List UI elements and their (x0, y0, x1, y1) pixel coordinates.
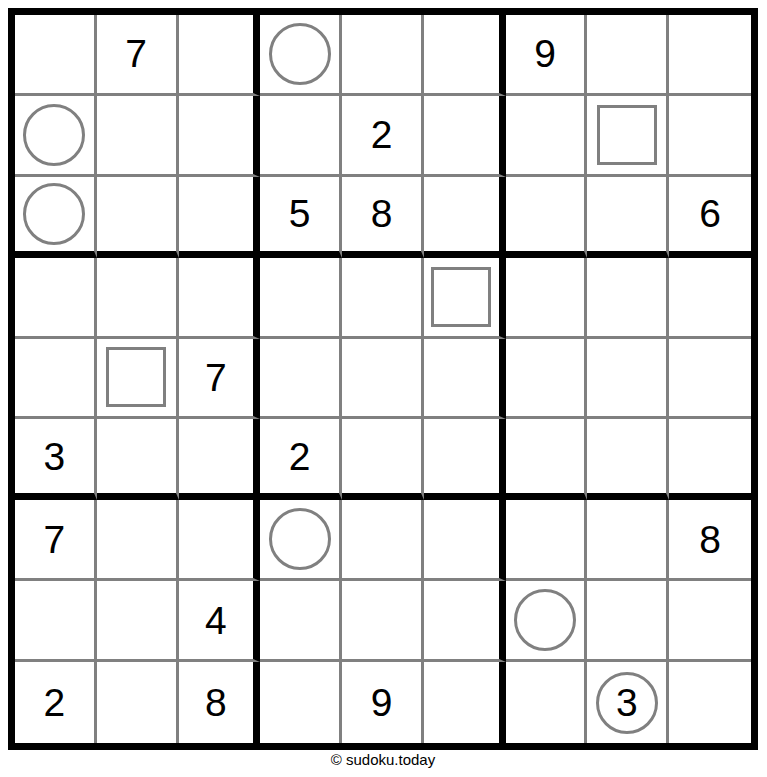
cell-r6c6[interactable] (424, 419, 506, 500)
circle-marker (514, 589, 576, 651)
copyright: © sudoku.today (8, 751, 758, 768)
cell-r4c4[interactable] (260, 258, 342, 339)
cell-r5c4[interactable] (260, 339, 342, 420)
cell-r8c3[interactable]: 4 (179, 581, 261, 662)
cell-r4c6[interactable] (424, 258, 506, 339)
cell-r2c1[interactable] (15, 96, 97, 177)
given-digit: 3 (616, 683, 638, 722)
sudoku-board: 7925867327842893 (8, 8, 758, 750)
given-digit: 7 (125, 34, 147, 73)
cell-r7c5[interactable] (342, 500, 424, 581)
circle-marker (269, 508, 331, 570)
cell-r5c3[interactable]: 7 (179, 339, 261, 420)
cell-r8c4[interactable] (260, 581, 342, 662)
cell-r7c6[interactable] (424, 500, 506, 581)
cell-r9c9[interactable] (669, 662, 751, 743)
cell-r5c1[interactable] (15, 339, 97, 420)
cell-r4c3[interactable] (179, 258, 261, 339)
circle-marker (269, 23, 331, 85)
cell-r4c8[interactable] (587, 258, 669, 339)
given-digit: 3 (44, 437, 66, 476)
cell-r5c6[interactable] (424, 339, 506, 420)
cell-r6c1[interactable]: 3 (15, 419, 97, 500)
cell-r3c2[interactable] (97, 177, 179, 258)
cell-r1c6[interactable] (424, 15, 506, 96)
cell-r2c2[interactable] (97, 96, 179, 177)
given-digit: 7 (205, 358, 227, 397)
cell-r5c7[interactable] (506, 339, 588, 420)
cell-r2c5[interactable]: 2 (342, 96, 424, 177)
cell-r8c9[interactable] (669, 581, 751, 662)
cell-r1c7[interactable]: 9 (506, 15, 588, 96)
cell-r9c4[interactable] (260, 662, 342, 743)
cell-r6c5[interactable] (342, 419, 424, 500)
cell-r1c2[interactable]: 7 (97, 15, 179, 96)
cell-r9c2[interactable] (97, 662, 179, 743)
cell-r4c9[interactable] (669, 258, 751, 339)
cell-r9c8[interactable]: 3 (587, 662, 669, 743)
cell-r3c5[interactable]: 8 (342, 177, 424, 258)
given-digit: 7 (44, 520, 66, 559)
cell-r8c7[interactable] (506, 581, 588, 662)
cell-r7c7[interactable] (506, 500, 588, 581)
cell-r6c8[interactable] (587, 419, 669, 500)
cell-r9c7[interactable] (506, 662, 588, 743)
cell-r1c5[interactable] (342, 15, 424, 96)
square-marker (431, 267, 491, 327)
cell-r4c1[interactable] (15, 258, 97, 339)
cell-r4c2[interactable] (97, 258, 179, 339)
cell-r7c1[interactable]: 7 (15, 500, 97, 581)
cell-r8c8[interactable] (587, 581, 669, 662)
cell-r3c9[interactable]: 6 (669, 177, 751, 258)
cell-r9c3[interactable]: 8 (179, 662, 261, 743)
cell-r9c1[interactable]: 2 (15, 662, 97, 743)
cell-r4c7[interactable] (506, 258, 588, 339)
cell-r6c3[interactable] (179, 419, 261, 500)
cell-r1c4[interactable] (260, 15, 342, 96)
cell-r8c1[interactable] (15, 581, 97, 662)
cell-r8c5[interactable] (342, 581, 424, 662)
cell-r6c4[interactable]: 2 (260, 419, 342, 500)
cell-r2c8[interactable] (587, 96, 669, 177)
cell-r5c9[interactable] (669, 339, 751, 420)
cell-r7c8[interactable] (587, 500, 669, 581)
given-digit: 2 (371, 115, 393, 154)
cell-r8c6[interactable] (424, 581, 506, 662)
given-digit: 4 (205, 601, 227, 640)
cell-r1c9[interactable] (669, 15, 751, 96)
cell-r7c4[interactable] (260, 500, 342, 581)
square-marker (597, 105, 657, 165)
cell-r3c8[interactable] (587, 177, 669, 258)
cell-r1c1[interactable] (15, 15, 97, 96)
cell-r3c3[interactable] (179, 177, 261, 258)
circle-marker (23, 183, 85, 245)
given-digit: 2 (289, 437, 311, 476)
given-digit: 8 (699, 520, 721, 559)
cell-r3c4[interactable]: 5 (260, 177, 342, 258)
cell-r2c3[interactable] (179, 96, 261, 177)
cell-r7c9[interactable]: 8 (669, 500, 751, 581)
page: 7925867327842893 © sudoku.today (0, 0, 767, 777)
cell-r6c9[interactable] (669, 419, 751, 500)
cell-r8c2[interactable] (97, 581, 179, 662)
cell-r7c3[interactable] (179, 500, 261, 581)
cell-r4c5[interactable] (342, 258, 424, 339)
cell-r2c9[interactable] (669, 96, 751, 177)
cell-r5c8[interactable] (587, 339, 669, 420)
given-digit: 8 (371, 194, 393, 233)
circle-marker (23, 104, 85, 166)
cell-r9c5[interactable]: 9 (342, 662, 424, 743)
cell-r2c6[interactable] (424, 96, 506, 177)
cell-r1c3[interactable] (179, 15, 261, 96)
cell-r1c8[interactable] (587, 15, 669, 96)
cell-r3c1[interactable] (15, 177, 97, 258)
cell-r2c7[interactable] (506, 96, 588, 177)
cell-r6c7[interactable] (506, 419, 588, 500)
given-digit: 8 (205, 683, 227, 722)
cell-r5c5[interactable] (342, 339, 424, 420)
square-marker (106, 347, 166, 407)
cell-r3c7[interactable] (506, 177, 588, 258)
given-digit: 9 (534, 34, 556, 73)
given-digit: 9 (371, 683, 393, 722)
given-digit: 5 (289, 194, 311, 233)
cell-r5c2[interactable] (97, 339, 179, 420)
cell-r7c2[interactable] (97, 500, 179, 581)
given-digit: 2 (44, 683, 66, 722)
cell-r6c2[interactable] (97, 419, 179, 500)
cell-r2c4[interactable] (260, 96, 342, 177)
cell-r3c6[interactable] (424, 177, 506, 258)
cell-r9c6[interactable] (424, 662, 506, 743)
given-digit: 6 (699, 194, 721, 233)
